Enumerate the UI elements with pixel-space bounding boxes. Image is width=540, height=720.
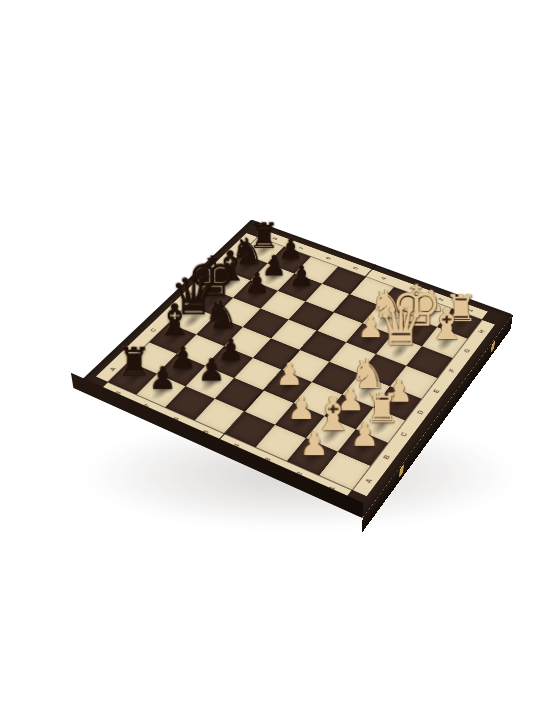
photo-scene: ABCDEFGHABCDEFGH8765432187654321♜♝♛♚♝♞♜♟… xyxy=(0,0,540,720)
queen-glyph: ♛ xyxy=(376,300,424,354)
bishop-glyph: ♝ xyxy=(427,302,466,346)
squares-grid: ♜♝♛♚♝♞♜♟♟♞♟♟♟♟♟♟♟♟♟♞♟♝♟♞♛♚♟♟♜♟♝♜ xyxy=(108,237,482,490)
brass-latch-1 xyxy=(399,464,404,478)
pawn-glyph: ♟ xyxy=(198,355,226,386)
pawn-glyph: ♟ xyxy=(350,419,379,452)
pawn-glyph: ♟ xyxy=(149,363,177,394)
pawn-glyph: ♟ xyxy=(300,428,329,461)
knight-glyph: ♞ xyxy=(203,295,238,334)
pawn-glyph: ♟ xyxy=(289,262,314,290)
chessboard: ABCDEFGHABCDEFGH8765432187654321♜♝♛♚♝♞♜♟… xyxy=(73,219,513,518)
bishop-glyph: ♝ xyxy=(155,298,194,342)
rook-glyph: ♜ xyxy=(117,343,152,382)
brass-latch-2 xyxy=(491,340,495,353)
pawn-glyph: ♟ xyxy=(244,269,270,298)
pawn-glyph: ♟ xyxy=(276,359,304,390)
